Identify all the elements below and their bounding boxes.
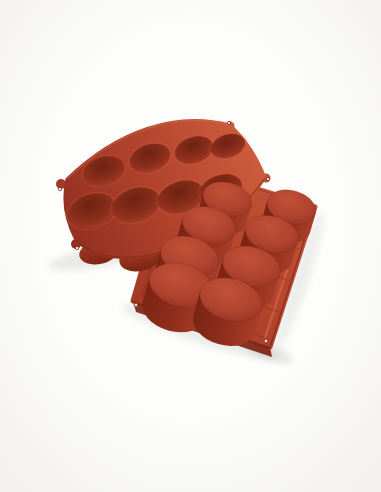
front-mold-corner-hole-bottom	[264, 339, 268, 343]
front-mold-corner-hole-left	[134, 303, 138, 307]
photo-canvas	[0, 0, 381, 492]
back-mold-corner-hole-top	[227, 121, 230, 124]
back-mold-corner-hole-bottom	[75, 246, 78, 249]
product-photo	[0, 0, 381, 492]
back-mold-corner-hole-left	[58, 187, 61, 190]
back-mold-corner-hole-right	[266, 177, 269, 180]
